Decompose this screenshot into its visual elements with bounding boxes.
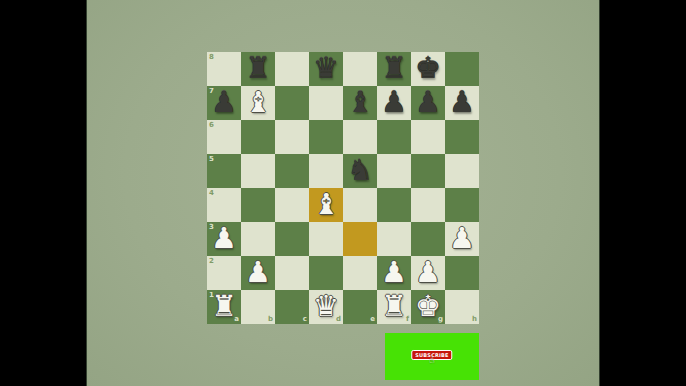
square-g5[interactable] bbox=[411, 154, 445, 188]
piece-white-king-g1[interactable]: ♚ bbox=[411, 290, 445, 324]
rank-label-2: 2 bbox=[209, 258, 214, 265]
piece-black-rook-b8[interactable]: ♜ bbox=[241, 52, 275, 86]
square-f3[interactable] bbox=[377, 222, 411, 256]
square-a7[interactable]: 7♟ bbox=[207, 86, 241, 120]
file-label-h: h bbox=[472, 316, 477, 323]
square-f1[interactable]: f♜ bbox=[377, 290, 411, 324]
rank-label-6: 6 bbox=[209, 122, 214, 129]
piece-black-queen-d8[interactable]: ♛ bbox=[309, 52, 343, 86]
file-label-b: b bbox=[268, 316, 273, 323]
square-d6[interactable] bbox=[309, 120, 343, 154]
letterbox-left bbox=[0, 0, 86, 386]
piece-white-bishop-b7[interactable]: ♝ bbox=[241, 86, 275, 120]
square-e1[interactable]: e bbox=[343, 290, 377, 324]
square-c3[interactable] bbox=[275, 222, 309, 256]
square-a2[interactable]: 2 bbox=[207, 256, 241, 290]
square-g2[interactable]: ♟ bbox=[411, 256, 445, 290]
square-g1[interactable]: g♚ bbox=[411, 290, 445, 324]
square-c8[interactable] bbox=[275, 52, 309, 86]
square-a1[interactable]: 1a♜ bbox=[207, 290, 241, 324]
square-f6[interactable] bbox=[377, 120, 411, 154]
square-h2[interactable] bbox=[445, 256, 479, 290]
square-b1[interactable]: b bbox=[241, 290, 275, 324]
square-h4[interactable] bbox=[445, 188, 479, 222]
square-h6[interactable] bbox=[445, 120, 479, 154]
square-c1[interactable]: c bbox=[275, 290, 309, 324]
square-d2[interactable] bbox=[309, 256, 343, 290]
square-c7[interactable] bbox=[275, 86, 309, 120]
square-e8[interactable] bbox=[343, 52, 377, 86]
square-g7[interactable]: ♟ bbox=[411, 86, 445, 120]
piece-black-rook-f8[interactable]: ♜ bbox=[377, 52, 411, 86]
square-b6[interactable] bbox=[241, 120, 275, 154]
square-d4[interactable]: ♝ bbox=[309, 188, 343, 222]
piece-black-pawn-g7[interactable]: ♟ bbox=[411, 86, 445, 120]
square-g8[interactable]: ♚ bbox=[411, 52, 445, 86]
square-e6[interactable] bbox=[343, 120, 377, 154]
file-label-c: c bbox=[303, 316, 307, 323]
square-f5[interactable] bbox=[377, 154, 411, 188]
square-g6[interactable] bbox=[411, 120, 445, 154]
video-frame: 8♜♛♜♚7♟♝♝♟♟♟65♞4♝3♟♟2♟♟♟1a♜bcd♛ef♜g♚h SU… bbox=[86, 0, 600, 386]
square-a6[interactable]: 6 bbox=[207, 120, 241, 154]
square-h7[interactable]: ♟ bbox=[445, 86, 479, 120]
square-f8[interactable]: ♜ bbox=[377, 52, 411, 86]
square-e4[interactable] bbox=[343, 188, 377, 222]
rank-label-8: 8 bbox=[209, 54, 214, 61]
square-c5[interactable] bbox=[275, 154, 309, 188]
rank-label-4: 4 bbox=[209, 190, 214, 197]
square-a8[interactable]: 8 bbox=[207, 52, 241, 86]
square-h8[interactable] bbox=[445, 52, 479, 86]
square-c6[interactable] bbox=[275, 120, 309, 154]
square-g4[interactable] bbox=[411, 188, 445, 222]
square-f4[interactable] bbox=[377, 188, 411, 222]
square-d3[interactable] bbox=[309, 222, 343, 256]
square-b7[interactable]: ♝ bbox=[241, 86, 275, 120]
square-e3[interactable] bbox=[343, 222, 377, 256]
piece-black-pawn-h7[interactable]: ♟ bbox=[445, 86, 479, 120]
piece-white-bishop-d4[interactable]: ♝ bbox=[309, 188, 343, 222]
square-a5[interactable]: 5 bbox=[207, 154, 241, 188]
rank-label-5: 5 bbox=[209, 156, 214, 163]
square-b2[interactable]: ♟ bbox=[241, 256, 275, 290]
square-b3[interactable] bbox=[241, 222, 275, 256]
piece-white-rook-a1[interactable]: ♜ bbox=[207, 290, 241, 324]
letterbox-right bbox=[600, 0, 686, 386]
piece-white-pawn-a3[interactable]: ♟ bbox=[207, 222, 241, 256]
piece-white-pawn-b2[interactable]: ♟ bbox=[241, 256, 275, 290]
square-f2[interactable]: ♟ bbox=[377, 256, 411, 290]
square-d5[interactable] bbox=[309, 154, 343, 188]
square-d7[interactable] bbox=[309, 86, 343, 120]
square-f7[interactable]: ♟ bbox=[377, 86, 411, 120]
square-a3[interactable]: 3♟ bbox=[207, 222, 241, 256]
square-d8[interactable]: ♛ bbox=[309, 52, 343, 86]
piece-black-knight-e5[interactable]: ♞ bbox=[343, 154, 377, 188]
piece-black-pawn-f7[interactable]: ♟ bbox=[377, 86, 411, 120]
piece-white-rook-f1[interactable]: ♜ bbox=[377, 290, 411, 324]
square-b8[interactable]: ♜ bbox=[241, 52, 275, 86]
square-e7[interactable]: ♝ bbox=[343, 86, 377, 120]
square-d1[interactable]: d♛ bbox=[309, 290, 343, 324]
file-label-e: e bbox=[370, 316, 375, 323]
square-e5[interactable]: ♞ bbox=[343, 154, 377, 188]
square-g3[interactable] bbox=[411, 222, 445, 256]
piece-black-king-g8[interactable]: ♚ bbox=[411, 52, 445, 86]
square-h3[interactable]: ♟ bbox=[445, 222, 479, 256]
square-a4[interactable]: 4 bbox=[207, 188, 241, 222]
piece-white-pawn-f2[interactable]: ♟ bbox=[377, 256, 411, 290]
green-screen-overlay: SUBSCRIBE ☝ bbox=[385, 333, 479, 380]
square-c2[interactable] bbox=[275, 256, 309, 290]
square-h5[interactable] bbox=[445, 154, 479, 188]
piece-white-queen-d1[interactable]: ♛ bbox=[309, 290, 343, 324]
square-b5[interactable] bbox=[241, 154, 275, 188]
square-b4[interactable] bbox=[241, 188, 275, 222]
square-h1[interactable]: h bbox=[445, 290, 479, 324]
square-e2[interactable] bbox=[343, 256, 377, 290]
piece-white-pawn-g2[interactable]: ♟ bbox=[411, 256, 445, 290]
piece-black-pawn-a7[interactable]: ♟ bbox=[207, 86, 241, 120]
piece-black-bishop-e7[interactable]: ♝ bbox=[343, 86, 377, 120]
square-c4[interactable] bbox=[275, 188, 309, 222]
piece-white-pawn-h3[interactable]: ♟ bbox=[445, 222, 479, 256]
chess-board: 8♜♛♜♚7♟♝♝♟♟♟65♞4♝3♟♟2♟♟♟1a♜bcd♛ef♜g♚h bbox=[207, 52, 479, 324]
